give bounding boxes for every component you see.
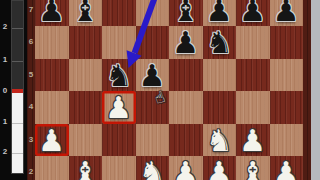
right-gray-strip [311,0,320,180]
eval-tick [12,61,23,62]
square-a4[interactable] [35,91,69,124]
piece-wp-f2[interactable]: ♟ [206,158,233,180]
square-d5[interactable]: ♟ [136,59,170,92]
square-c2[interactable] [102,156,136,180]
square-f6[interactable]: ♞ [203,26,237,59]
eval-scale-label-1: 1 [0,55,10,65]
square-f7[interactable]: ♟ [203,0,237,26]
evaluation-bar [11,0,24,174]
square-a3[interactable]: ♟ [35,124,69,157]
square-b2[interactable]: ♝ [69,156,103,180]
eval-panel: 21012 [0,0,27,180]
piece-bb-b7[interactable]: ♝ [72,0,99,26]
square-b5[interactable] [69,59,103,92]
square-h6[interactable] [270,26,304,59]
piece-bp-h7[interactable]: ♟ [273,0,300,26]
square-g4[interactable] [236,91,270,124]
piece-wn-f3[interactable]: ♞ [206,126,233,156]
square-g7[interactable]: ♟ [236,0,270,26]
square-f5[interactable] [203,59,237,92]
piece-bp-e6[interactable]: ♟ [172,28,199,58]
square-h3[interactable] [270,124,304,157]
board: ♟♝♝♟♟♟♟♞♞♟♟♟♞♟♝♞♟♟♝♟ [35,0,303,180]
eval-scale-label-0: 2 [0,22,10,32]
rank-label-3: 3 [27,135,35,145]
piece-bb-e7[interactable]: ♝ [172,0,199,26]
piece-bp-g7[interactable]: ♟ [239,0,266,26]
square-g5[interactable] [236,59,270,92]
square-f3[interactable]: ♞ [203,124,237,157]
eval-tick [12,28,23,29]
eval-tick [12,123,23,124]
rank-label-5: 5 [27,70,35,80]
square-d3[interactable] [136,124,170,157]
square-d7[interactable] [136,0,170,26]
piece-wp-c4[interactable]: ♟ [105,93,132,123]
square-e5[interactable] [169,59,203,92]
rank-label-7: 7 [27,5,35,15]
square-g6[interactable] [236,26,270,59]
piece-wp-a3[interactable]: ♟ [38,126,65,156]
piece-bn-c5[interactable]: ♞ [105,61,132,91]
square-c3[interactable] [102,124,136,157]
square-e3[interactable] [169,124,203,157]
square-h7[interactable]: ♟ [270,0,304,26]
eval-black-section [12,1,23,89]
piece-wp-g3[interactable]: ♟ [239,126,266,156]
eval-scale-label-4: 2 [0,147,10,157]
eval-scale-label-3: 1 [0,117,10,127]
square-b6[interactable] [69,26,103,59]
piece-wp-h2[interactable]: ♟ [273,158,300,180]
square-c7[interactable] [102,0,136,26]
square-b7[interactable]: ♝ [69,0,103,26]
square-c4[interactable]: ♟ [102,91,136,124]
square-d2[interactable]: ♞ [136,156,170,180]
square-h2[interactable]: ♟ [270,156,304,180]
square-f4[interactable] [203,91,237,124]
square-e6[interactable]: ♟ [169,26,203,59]
square-f2[interactable]: ♟ [203,156,237,180]
square-e4[interactable] [169,91,203,124]
rank-label-2: 2 [27,167,35,177]
piece-bp-f7[interactable]: ♟ [206,0,233,26]
eval-scale-label-2: 0 [0,86,10,96]
square-a7[interactable]: ♟ [35,0,69,26]
square-b4[interactable] [69,91,103,124]
piece-bp-a7[interactable]: ♟ [38,0,65,26]
square-d6[interactable] [136,26,170,59]
rank-label-4: 4 [27,102,35,112]
piece-wb-g2[interactable]: ♝ [239,158,266,180]
square-a2[interactable] [35,156,69,180]
square-c6[interactable] [102,26,136,59]
board-frame: 765432 ♟♝♝♟♟♟♟♞♞♟♟♟♞♟♝♞♟♟♝♟ [27,0,311,180]
eval-white-section [12,93,23,173]
square-e7[interactable]: ♝ [169,0,203,26]
square-h5[interactable] [270,59,304,92]
square-a6[interactable] [35,26,69,59]
square-c5[interactable]: ♞ [102,59,136,92]
square-h4[interactable] [270,91,304,124]
piece-bn-f6[interactable]: ♞ [206,28,233,58]
square-a5[interactable] [35,59,69,92]
square-g2[interactable]: ♝ [236,156,270,180]
piece-wb-b2[interactable]: ♝ [72,158,99,180]
piece-wn-d2[interactable]: ♞ [139,158,166,180]
eval-tick [12,153,23,154]
piece-wp-e2[interactable]: ♟ [172,158,199,180]
board-viewport: ♟♝♝♟♟♟♟♞♞♟♟♟♞♟♝♞♟♟♝♟ [35,0,303,180]
square-g3[interactable]: ♟ [236,124,270,157]
square-b3[interactable] [69,124,103,157]
square-e2[interactable]: ♟ [169,156,203,180]
rank-label-6: 6 [27,37,35,47]
